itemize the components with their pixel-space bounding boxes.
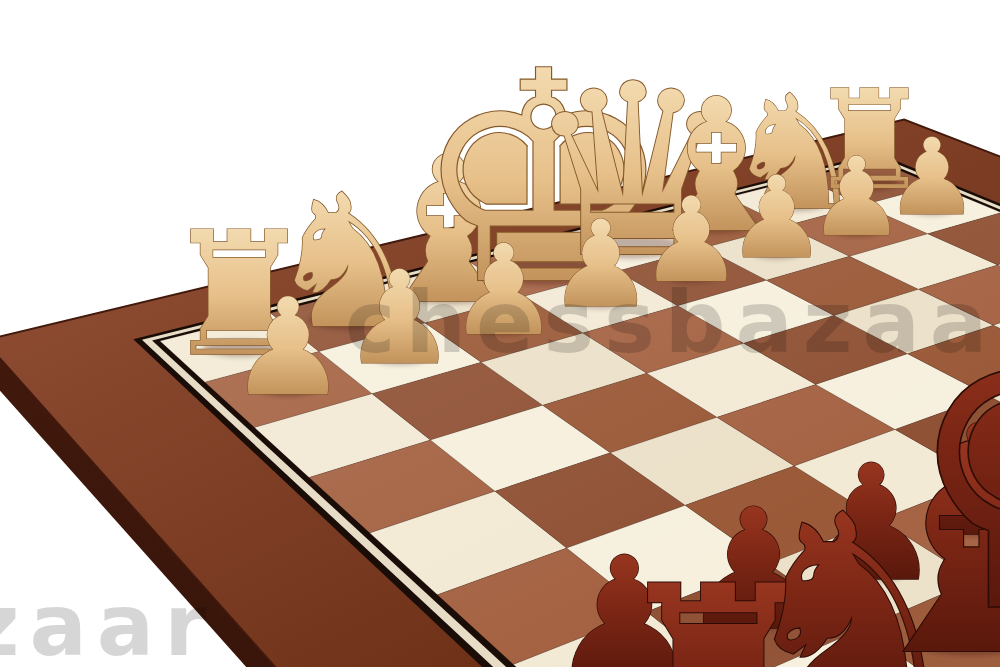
watermark-text-partial: chessbazaar <box>0 576 216 667</box>
chess-board: ♜♞♝♚♛♝♞♜♟♟♟♟♟♟♟♟♟♟♟♟♟♟♜♞♝♚♛ chessbazaar … <box>0 0 1000 667</box>
chess-set-photo: ♜♞♝♚♛♝♞♜♟♟♟♟♟♟♟♟♟♟♟♟♟♟♜♞♝♚♛ chessbazaar … <box>0 0 1000 667</box>
piece-white-pawn-h2[interactable]: ♟ <box>228 270 348 426</box>
piece-white-pawn-a2[interactable]: ♟ <box>884 116 979 239</box>
watermark-text: chessbazaar <box>345 273 1000 372</box>
